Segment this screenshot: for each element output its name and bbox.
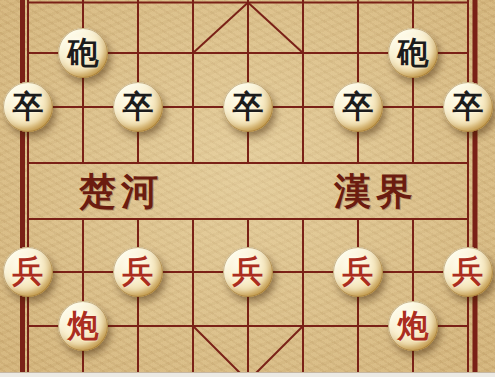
- piece-glyph: 兵: [123, 256, 154, 287]
- piece-glyph: 卒: [123, 91, 154, 122]
- piece-black-soldier[interactable]: 卒: [3, 82, 53, 132]
- river-label-han-jie: 漢界: [334, 169, 418, 213]
- piece-black-soldier[interactable]: 卒: [333, 82, 383, 132]
- piece-glyph: 炮: [68, 310, 99, 341]
- piece-glyph: 卒: [343, 91, 374, 122]
- piece-glyph: 砲: [68, 37, 99, 68]
- piece-glyph: 卒: [13, 91, 44, 122]
- piece-glyph: 兵: [13, 256, 44, 287]
- piece-red-cannon[interactable]: 炮: [58, 301, 108, 351]
- piece-glyph: 炮: [398, 310, 429, 341]
- piece-red-soldier[interactable]: 兵: [113, 247, 163, 297]
- piece-red-cannon[interactable]: 炮: [388, 301, 438, 351]
- piece-black-cannon[interactable]: 砲: [388, 28, 438, 78]
- xiangqi-board: 楚河 漢界 砲砲卒卒卒卒卒兵兵兵兵兵炮炮: [0, 0, 495, 377]
- piece-glyph: 兵: [343, 256, 374, 287]
- piece-red-soldier[interactable]: 兵: [223, 247, 273, 297]
- river-label-chu-he: 楚河: [79, 169, 163, 213]
- piece-glyph: 卒: [453, 91, 484, 122]
- piece-black-soldier[interactable]: 卒: [223, 82, 273, 132]
- piece-black-soldier[interactable]: 卒: [443, 82, 493, 132]
- piece-red-soldier[interactable]: 兵: [3, 247, 53, 297]
- piece-black-soldier[interactable]: 卒: [113, 82, 163, 132]
- piece-glyph: 兵: [453, 256, 484, 287]
- piece-red-soldier[interactable]: 兵: [333, 247, 383, 297]
- piece-red-soldier[interactable]: 兵: [443, 247, 493, 297]
- piece-glyph: 兵: [233, 256, 264, 287]
- piece-glyph: 卒: [233, 91, 264, 122]
- piece-glyph: 砲: [398, 37, 429, 68]
- window-edge-strip: [0, 372, 495, 377]
- piece-black-cannon[interactable]: 砲: [58, 28, 108, 78]
